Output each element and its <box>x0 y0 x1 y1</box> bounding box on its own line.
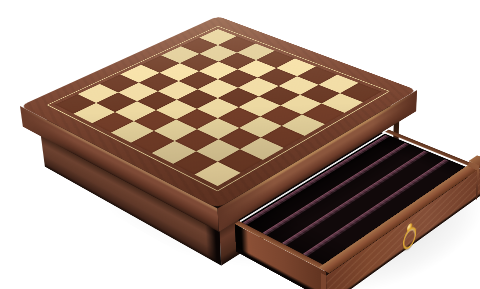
perspective-stage <box>0 0 480 289</box>
chess-case <box>20 16 417 209</box>
product-photo-scene <box>0 0 480 289</box>
